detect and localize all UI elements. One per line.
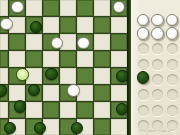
board-cell[interactable] xyxy=(111,51,127,67)
board-cell[interactable] xyxy=(111,119,127,135)
green-piece[interactable] xyxy=(116,103,127,116)
board-cell[interactable] xyxy=(60,68,76,84)
white-piece[interactable] xyxy=(67,84,80,97)
board-cell[interactable] xyxy=(9,85,25,101)
board-cell[interactable] xyxy=(26,51,42,67)
green-piece[interactable] xyxy=(14,100,27,113)
board-cell[interactable] xyxy=(43,102,59,118)
tray-slot xyxy=(138,105,149,116)
tray-slot xyxy=(167,43,178,54)
board-cell[interactable] xyxy=(94,34,110,50)
board-cell[interactable] xyxy=(26,34,42,50)
tray-slot xyxy=(152,59,163,70)
green-king-piece[interactable] xyxy=(16,68,29,81)
board-cell[interactable] xyxy=(60,0,76,16)
tray-slot xyxy=(167,89,178,100)
board-cell[interactable] xyxy=(0,102,8,118)
tray-slot xyxy=(138,43,149,54)
board-cell[interactable] xyxy=(60,102,76,118)
board-cell[interactable] xyxy=(43,51,59,67)
tray-slot xyxy=(152,105,163,116)
white-piece[interactable] xyxy=(77,37,90,50)
board-cell[interactable] xyxy=(77,17,93,33)
board-cell[interactable] xyxy=(60,17,76,33)
tray-slot xyxy=(167,59,178,70)
green-piece[interactable] xyxy=(30,21,43,34)
board-cell[interactable] xyxy=(43,0,59,16)
captured-green-piece xyxy=(137,71,149,83)
board-cell[interactable] xyxy=(94,68,110,84)
board-cell[interactable] xyxy=(94,102,110,118)
green-piece[interactable] xyxy=(45,68,58,81)
tray-slot xyxy=(167,74,178,85)
board-cell[interactable] xyxy=(77,0,93,16)
board-cell[interactable] xyxy=(111,17,127,33)
tray-slot xyxy=(167,105,178,116)
tray-slot xyxy=(138,59,149,70)
tray-slot xyxy=(152,89,163,100)
board-cell[interactable] xyxy=(9,34,25,50)
captured-white-piece xyxy=(151,14,163,26)
captured-white-piece xyxy=(151,27,163,39)
board-cell[interactable] xyxy=(111,85,127,101)
tray-slot xyxy=(138,89,149,100)
board-cell[interactable] xyxy=(43,85,59,101)
board-cell[interactable] xyxy=(111,34,127,50)
board-cell[interactable] xyxy=(0,34,8,50)
green-piece[interactable] xyxy=(116,70,127,83)
board-cell[interactable] xyxy=(26,102,42,118)
board-cell[interactable] xyxy=(0,68,8,84)
board-cell[interactable] xyxy=(0,0,8,16)
board-cell[interactable] xyxy=(9,51,25,67)
board-cell[interactable] xyxy=(26,0,42,16)
board-cell[interactable] xyxy=(94,119,110,135)
captured-pieces-tray xyxy=(131,0,180,135)
board-cell[interactable] xyxy=(60,51,76,67)
board-cell[interactable] xyxy=(43,17,59,33)
board-cell[interactable] xyxy=(77,68,93,84)
board-cell[interactable] xyxy=(77,102,93,118)
board-cell[interactable] xyxy=(77,51,93,67)
board-cell[interactable] xyxy=(94,51,110,67)
watermark-text: checkers.com.ar xyxy=(133,128,178,134)
captured-white-piece xyxy=(166,27,178,39)
board-cell[interactable] xyxy=(94,85,110,101)
captured-white-piece xyxy=(137,27,149,39)
captured-white-piece xyxy=(137,14,149,26)
tray-slot xyxy=(152,74,163,85)
board-cell[interactable] xyxy=(94,0,110,16)
tray-slot xyxy=(152,43,163,54)
checkers-game-window: checkers.com.ar xyxy=(0,0,180,135)
board-cell[interactable] xyxy=(94,17,110,33)
board-cell[interactable] xyxy=(0,51,8,67)
